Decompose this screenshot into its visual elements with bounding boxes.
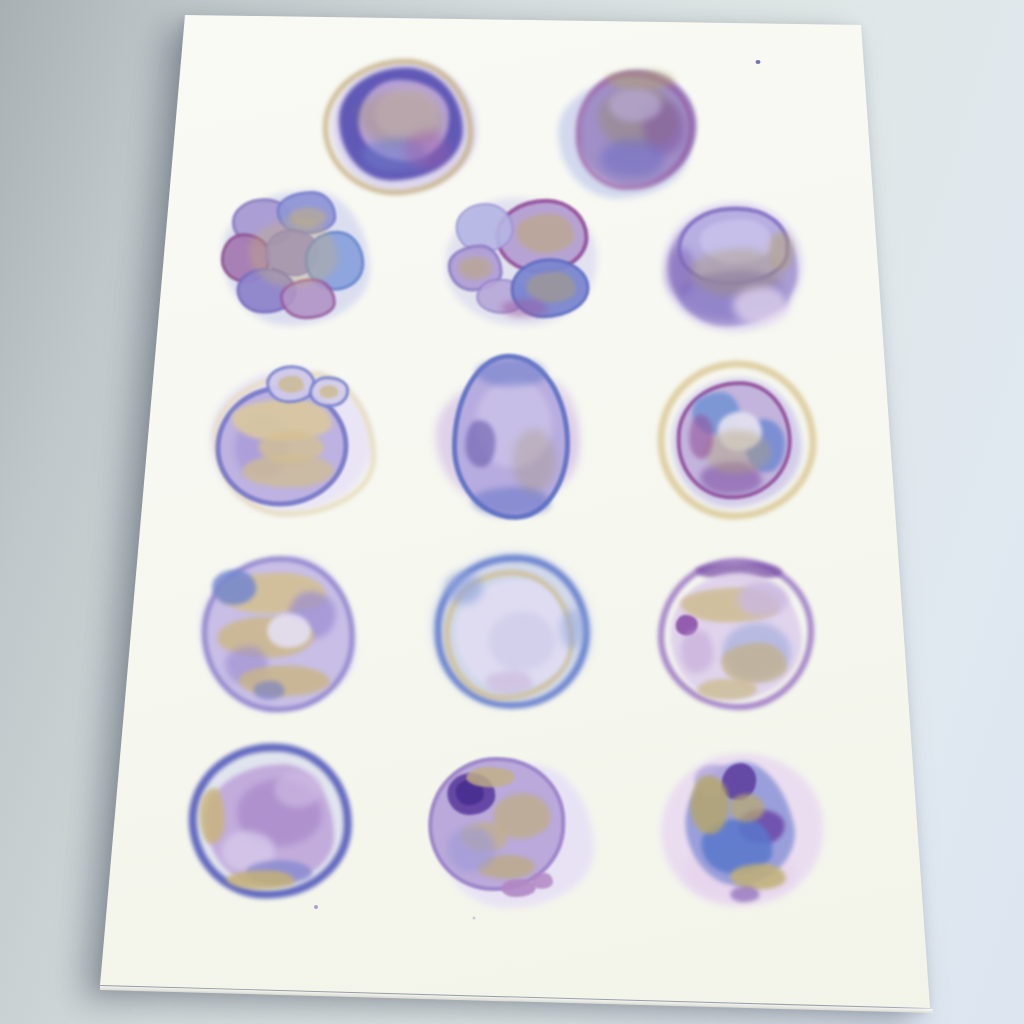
paint-speck [756,60,761,64]
cell-study-4 [445,195,597,323]
cell-study-5 [663,199,803,329]
magenta-arc [690,415,714,459]
gold-dust [278,376,304,393]
blue-violet-wash [601,139,664,177]
light-center [267,614,311,648]
gold-cloud [697,679,757,699]
dark-patch [466,420,495,468]
cell-study-10 [432,554,592,710]
magenta-wash [501,299,547,317]
cell-study-6 [207,360,369,510]
magenta-wash [405,131,449,170]
blue-lav-wash [448,827,495,872]
center-shade [488,612,555,671]
gold-cloud [729,794,765,822]
cell-study-14 [661,749,823,905]
paint-speck [473,917,476,920]
cell-study-12 [192,748,348,896]
blue-edge [476,359,546,386]
light-top [609,89,662,122]
blue-bloom [445,573,483,604]
paint-speck [314,905,318,909]
gold-cloud [243,455,334,488]
gold-dust [319,385,338,399]
mauve-wash [681,630,714,674]
photo-backdrop [0,0,1024,1024]
gold-cloud [466,767,513,787]
gold-arc [606,70,675,90]
purple-tip [731,886,760,902]
mauve-wash [485,671,533,693]
gold-cloud [690,776,729,835]
gold-crescent [200,788,225,844]
pink-halo [733,286,789,325]
blue-wash [212,570,256,604]
blue-bloom [560,609,586,650]
cell-study-3 [222,190,370,326]
cell-study-13 [427,753,585,903]
gold-dust [768,232,793,271]
gold-dust [512,429,556,494]
gold-cloud [721,643,787,684]
cell-study-2 [569,65,701,191]
mauve-foot [531,872,553,889]
light-wash [275,772,322,808]
cell-study-7 [438,352,584,522]
blob-layer [0,0,1024,1024]
gold-dust [527,272,576,303]
gold-dust [249,219,338,287]
cell-study-8 [663,366,811,514]
blue-wash [253,681,284,700]
cell-study-11 [661,561,811,707]
gold-cloud [226,870,295,889]
lavender-wash [738,581,789,616]
cell-study-1 [328,59,474,189]
cell-study-9 [200,556,356,712]
gold-dust [516,214,574,252]
